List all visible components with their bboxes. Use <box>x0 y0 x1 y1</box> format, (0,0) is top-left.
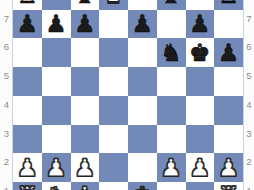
square-b6[interactable] <box>42 38 71 67</box>
rank-label-5: 5 <box>244 67 254 96</box>
rank-label-7: 7 <box>0 10 13 39</box>
square-c8[interactable]: ♝ <box>71 0 100 10</box>
square-a3[interactable] <box>13 125 42 154</box>
piece-white-rook-h1[interactable]: ♜ <box>214 182 243 190</box>
piece-white-pawn-f2[interactable]: ♟ <box>157 153 186 182</box>
square-d1[interactable] <box>99 182 128 190</box>
square-h6[interactable]: ♟ <box>214 38 243 67</box>
square-a8[interactable]: ♜ <box>13 0 42 10</box>
square-f4[interactable] <box>157 96 186 125</box>
square-c4[interactable] <box>71 96 100 125</box>
rank-label-1: 1 <box>0 182 13 190</box>
square-e2[interactable] <box>128 153 157 182</box>
piece-white-pawn-g2[interactable]: ♟ <box>186 153 215 182</box>
square-h1[interactable]: ♜ <box>214 182 243 190</box>
square-d7[interactable] <box>99 10 128 39</box>
piece-black-pawn-e7[interactable]: ♟ <box>128 10 157 39</box>
piece-black-pawn-a7[interactable]: ♟ <box>13 10 42 39</box>
square-b2[interactable]: ♟ <box>42 153 71 182</box>
square-g8[interactable] <box>186 0 215 10</box>
square-g1[interactable] <box>186 182 215 190</box>
square-e8[interactable] <box>128 0 157 10</box>
rank-label-3: 3 <box>244 125 254 154</box>
rank-label-6: 6 <box>0 38 13 67</box>
square-d2[interactable] <box>99 153 128 182</box>
square-a5[interactable] <box>13 67 42 96</box>
rank-label-2: 2 <box>0 153 13 182</box>
rank-label-7: 7 <box>244 10 254 39</box>
square-c3[interactable] <box>71 125 100 154</box>
square-b5[interactable] <box>42 67 71 96</box>
square-g7[interactable]: ♟ <box>186 10 215 39</box>
square-g3[interactable] <box>186 125 215 154</box>
rank-label-5: 5 <box>0 67 13 96</box>
square-h7[interactable] <box>214 10 243 39</box>
square-d5[interactable] <box>99 67 128 96</box>
square-e5[interactable] <box>128 67 157 96</box>
square-a4[interactable] <box>13 96 42 125</box>
square-h8[interactable]: ♜ <box>214 0 243 10</box>
square-c5[interactable] <box>71 67 100 96</box>
square-e4[interactable] <box>128 96 157 125</box>
square-f2[interactable]: ♟ <box>157 153 186 182</box>
piece-black-pawn-b7[interactable]: ♟ <box>42 10 71 39</box>
piece-black-rook-a8[interactable]: ♜ <box>13 0 42 10</box>
piece-black-bishop-f8[interactable]: ♝ <box>157 0 186 10</box>
rank-labels-left: 87654321 <box>0 0 13 190</box>
square-g6[interactable]: ♚ <box>186 38 215 67</box>
rank-labels-right: 87654321 <box>244 0 254 190</box>
square-g2[interactable]: ♟ <box>186 153 215 182</box>
square-h2[interactable]: ♟ <box>214 153 243 182</box>
piece-black-pawn-g7[interactable]: ♟ <box>186 10 215 39</box>
piece-white-pawn-a2[interactable]: ♟ <box>13 153 42 182</box>
piece-black-rook-h8[interactable]: ♜ <box>214 0 243 10</box>
chessboard-widget: 87654321 ♜♝♛♝♜♟♟♟♟♟♞♚♟♟♟♟♟♟♟♜♞♝♚♜ 876543… <box>0 0 254 190</box>
square-c7[interactable]: ♟ <box>71 10 100 39</box>
square-e6[interactable] <box>128 38 157 67</box>
square-c6[interactable] <box>71 38 100 67</box>
piece-white-pawn-c2[interactable]: ♟ <box>71 153 100 182</box>
square-f8[interactable]: ♝ <box>157 0 186 10</box>
square-d6[interactable] <box>99 38 128 67</box>
rank-label-3: 3 <box>0 125 13 154</box>
square-c2[interactable]: ♟ <box>71 153 100 182</box>
square-h4[interactable] <box>214 96 243 125</box>
square-b3[interactable] <box>42 125 71 154</box>
square-f1[interactable] <box>157 182 186 190</box>
square-a6[interactable] <box>13 38 42 67</box>
square-a7[interactable]: ♟ <box>13 10 42 39</box>
rank-label-1: 1 <box>244 182 254 190</box>
rank-label-8: 8 <box>244 0 254 10</box>
square-c1[interactable]: ♝ <box>71 182 100 190</box>
rank-label-4: 4 <box>244 96 254 125</box>
square-e3[interactable] <box>128 125 157 154</box>
square-f5[interactable] <box>157 67 186 96</box>
square-g5[interactable] <box>186 67 215 96</box>
square-d8[interactable]: ♛ <box>99 0 128 10</box>
rank-label-8: 8 <box>0 0 13 10</box>
piece-white-king-e1[interactable]: ♚ <box>128 182 157 190</box>
square-h3[interactable] <box>214 125 243 154</box>
square-b8[interactable] <box>42 0 71 10</box>
square-f3[interactable] <box>157 125 186 154</box>
piece-white-pawn-b2[interactable]: ♟ <box>42 153 71 182</box>
chess-board[interactable]: ♜♝♛♝♜♟♟♟♟♟♞♚♟♟♟♟♟♟♟♜♞♝♚♜ <box>13 0 243 190</box>
piece-white-knight-b1[interactable]: ♞ <box>42 182 71 190</box>
square-g4[interactable] <box>186 96 215 125</box>
square-d4[interactable] <box>99 96 128 125</box>
piece-black-pawn-h6[interactable]: ♟ <box>214 38 243 67</box>
square-h5[interactable] <box>214 67 243 96</box>
piece-white-queen-d8[interactable]: ♛ <box>99 0 128 10</box>
square-f7[interactable] <box>157 10 186 39</box>
piece-black-knight-f6[interactable]: ♞ <box>157 38 186 67</box>
piece-white-pawn-h2[interactable]: ♟ <box>214 153 243 182</box>
square-d3[interactable] <box>99 125 128 154</box>
square-e7[interactable]: ♟ <box>128 10 157 39</box>
piece-black-pawn-c7[interactable]: ♟ <box>71 10 100 39</box>
square-a2[interactable]: ♟ <box>13 153 42 182</box>
square-a1[interactable]: ♜ <box>13 182 42 190</box>
rank-label-4: 4 <box>0 96 13 125</box>
rank-label-6: 6 <box>244 38 254 67</box>
square-b1[interactable]: ♞ <box>42 182 71 190</box>
piece-black-bishop-c8[interactable]: ♝ <box>71 0 100 10</box>
piece-white-bishop-c1[interactable]: ♝ <box>71 182 100 190</box>
square-e1[interactable]: ♚ <box>128 182 157 190</box>
rank-label-2: 2 <box>244 153 254 182</box>
piece-black-king-g6[interactable]: ♚ <box>186 38 215 67</box>
square-b4[interactable] <box>42 96 71 125</box>
piece-white-rook-a1[interactable]: ♜ <box>13 182 42 190</box>
square-f6[interactable]: ♞ <box>157 38 186 67</box>
square-b7[interactable]: ♟ <box>42 10 71 39</box>
